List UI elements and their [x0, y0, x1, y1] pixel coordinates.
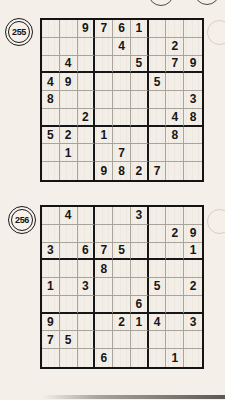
cell-r5c3	[78, 91, 96, 109]
cell-r7c9	[184, 127, 202, 145]
cell-r4c6	[131, 260, 149, 278]
cell-r8c1: 7	[42, 331, 60, 349]
cell-r9c5	[113, 349, 131, 367]
cell-r1c3	[78, 207, 96, 225]
cell-r3c7	[149, 56, 167, 74]
cell-r3c2: 4	[60, 56, 78, 74]
page-edge-shadow	[42, 395, 225, 399]
cell-r8c5	[113, 331, 131, 349]
cell-r6c4	[95, 296, 113, 314]
cell-r3c9: 9	[184, 56, 202, 74]
cell-r3c5: 5	[113, 243, 131, 261]
cell-r1c9	[184, 207, 202, 225]
cell-r4c3	[78, 73, 96, 91]
cell-r6c6	[131, 109, 149, 127]
cell-r1c3: 9	[78, 20, 96, 38]
cell-r5c2	[60, 91, 78, 109]
puzzle-256-number-badge: 256	[8, 206, 36, 234]
cell-r6c5	[113, 296, 131, 314]
bleedthrough-circle-bottom	[207, 209, 225, 234]
cell-r9c7	[149, 349, 167, 367]
cell-r2c7	[149, 225, 167, 243]
cell-r8c2: 5	[60, 331, 78, 349]
cell-r9c3	[78, 349, 96, 367]
cell-r3c3: 6	[78, 243, 96, 261]
cell-r4c7: 5	[149, 73, 167, 91]
cell-r9c9	[184, 162, 202, 180]
cell-r2c9	[184, 38, 202, 56]
cell-r9c7: 7	[149, 162, 167, 180]
cell-r8c6	[131, 144, 149, 162]
cell-r5c8	[166, 91, 184, 109]
cell-r7c1: 5	[42, 127, 60, 145]
cell-r5c5	[113, 278, 131, 296]
cell-r7c3	[78, 127, 96, 145]
cell-r8c6	[131, 331, 149, 349]
cell-r5c4	[95, 91, 113, 109]
cell-r8c3	[78, 144, 96, 162]
cell-r3c9: 1	[184, 243, 202, 261]
cell-r3c3	[78, 56, 96, 74]
page-top-arc-decoration-right	[194, 0, 220, 5]
cell-r5c2	[60, 278, 78, 296]
cell-r8c7	[149, 144, 167, 162]
cell-r8c9	[184, 144, 202, 162]
cell-r5c7: 5	[149, 278, 167, 296]
cell-r2c1	[42, 225, 60, 243]
cell-r6c9	[184, 296, 202, 314]
cell-r1c6: 1	[131, 20, 149, 38]
cell-r9c9	[184, 349, 202, 367]
cell-r4c8	[166, 260, 184, 278]
cell-r9c6	[131, 349, 149, 367]
cell-r5c8	[166, 278, 184, 296]
cell-r9c4: 6	[95, 349, 113, 367]
cell-r9c8	[166, 162, 184, 180]
cell-r3c1: 3	[42, 243, 60, 261]
cell-r8c3	[78, 331, 96, 349]
cell-r8c9	[184, 331, 202, 349]
cell-r2c4	[95, 38, 113, 56]
cell-r7c2	[60, 314, 78, 332]
cell-r1c4	[95, 207, 113, 225]
cell-r6c1	[42, 296, 60, 314]
cell-r3c4: 7	[95, 243, 113, 261]
cell-r2c3	[78, 38, 96, 56]
cell-r2c4	[95, 225, 113, 243]
cell-r5c4	[95, 278, 113, 296]
cell-r6c3: 2	[78, 109, 96, 127]
cell-r2c9: 9	[184, 225, 202, 243]
cell-r1c2	[60, 20, 78, 38]
cell-r9c8: 1	[166, 349, 184, 367]
cell-r9c6: 2	[131, 162, 149, 180]
cell-r4c9	[184, 260, 202, 278]
cell-r1c7	[149, 207, 167, 225]
sudoku-grid-255: 9761424579495832485218179827	[40, 18, 204, 182]
cell-r3c6	[131, 243, 149, 261]
cell-r3c8	[166, 243, 184, 261]
cell-r1c8	[166, 20, 184, 38]
puzzle-255-number: 255	[12, 27, 26, 37]
cell-r5c5	[113, 91, 131, 109]
cell-r4c1: 4	[42, 73, 60, 91]
cell-r4c2: 9	[60, 73, 78, 91]
cell-r5c9: 3	[184, 91, 202, 109]
cell-r1c7	[149, 20, 167, 38]
cell-r5c6	[131, 278, 149, 296]
cell-r2c2	[60, 38, 78, 56]
cell-r5c1: 1	[42, 278, 60, 296]
cell-r6c1	[42, 109, 60, 127]
cell-r1c1	[42, 207, 60, 225]
cell-r6c6: 6	[131, 296, 149, 314]
cell-r7c2: 2	[60, 127, 78, 145]
cell-r1c8	[166, 207, 184, 225]
cell-r8c4	[95, 144, 113, 162]
cell-r9c5: 8	[113, 162, 131, 180]
cell-r9c2	[60, 162, 78, 180]
cell-r2c5	[113, 225, 131, 243]
cell-r4c6	[131, 73, 149, 91]
cell-r1c9	[184, 20, 202, 38]
cell-r8c2: 1	[60, 144, 78, 162]
cell-r2c8: 2	[166, 225, 184, 243]
cell-r6c3	[78, 296, 96, 314]
book-page: 255 9761424579495832485218179827 256 432…	[0, 0, 225, 400]
bleedthrough-circle-top	[207, 20, 225, 45]
cell-r2c6	[131, 38, 149, 56]
cell-r8c5: 7	[113, 144, 131, 162]
cell-r1c1	[42, 20, 60, 38]
cell-r3c4	[95, 56, 113, 74]
cell-r7c1: 9	[42, 314, 60, 332]
cell-r3c1	[42, 56, 60, 74]
cell-r6c8	[166, 296, 184, 314]
cell-r4c2	[60, 260, 78, 278]
cell-r7c8: 8	[166, 127, 184, 145]
cell-r2c5: 4	[113, 38, 131, 56]
cell-r5c1: 8	[42, 91, 60, 109]
cell-r2c2	[60, 225, 78, 243]
cell-r3c2	[60, 243, 78, 261]
cell-r9c1	[42, 162, 60, 180]
cell-r5c3: 3	[78, 278, 96, 296]
cell-r6c5	[113, 109, 131, 127]
cell-r6c4	[95, 109, 113, 127]
cell-r4c1	[42, 260, 60, 278]
cell-r9c1	[42, 349, 60, 367]
cell-r7c9: 3	[184, 314, 202, 332]
cell-r8c7	[149, 331, 167, 349]
cell-r4c3	[78, 260, 96, 278]
cell-r6c7	[149, 109, 167, 127]
cell-r6c2	[60, 109, 78, 127]
cell-r7c6: 1	[131, 314, 149, 332]
cell-r5c9: 2	[184, 278, 202, 296]
cell-r9c4: 9	[95, 162, 113, 180]
cell-r2c7	[149, 38, 167, 56]
cell-r4c4	[95, 73, 113, 91]
puzzle-256-badge-inner-ring: 256	[11, 209, 33, 231]
cell-r5c6	[131, 91, 149, 109]
cell-r7c7: 4	[149, 314, 167, 332]
puzzle-256-number: 256	[15, 215, 29, 225]
cell-r8c1	[42, 144, 60, 162]
cell-r6c2	[60, 296, 78, 314]
sudoku-grid-256: 432936751813526921437561	[40, 205, 204, 369]
puzzle-255-badge-inner-ring: 255	[8, 21, 30, 43]
cell-r1c5	[113, 207, 131, 225]
cell-r7c8	[166, 314, 184, 332]
page-top-arc-decoration-left	[148, 0, 174, 6]
cell-r8c8	[166, 331, 184, 349]
cell-r1c6: 3	[131, 207, 149, 225]
cell-r3c8: 7	[166, 56, 184, 74]
cell-r3c6: 5	[131, 56, 149, 74]
puzzle-255-number-badge: 255	[5, 18, 33, 46]
cell-r1c5: 6	[113, 20, 131, 38]
cell-r9c3	[78, 162, 96, 180]
cell-r4c5	[113, 73, 131, 91]
cell-r1c2: 4	[60, 207, 78, 225]
cell-r3c5	[113, 56, 131, 74]
cell-r7c6	[131, 127, 149, 145]
cell-r7c4	[95, 314, 113, 332]
cell-r7c5: 2	[113, 314, 131, 332]
cell-r5c7	[149, 91, 167, 109]
cell-r2c6	[131, 225, 149, 243]
cell-r8c8	[166, 144, 184, 162]
cell-r6c9: 8	[184, 109, 202, 127]
cell-r4c4: 8	[95, 260, 113, 278]
cell-r2c1	[42, 38, 60, 56]
cell-r4c9	[184, 73, 202, 91]
cell-r2c3	[78, 225, 96, 243]
cell-r6c7	[149, 296, 167, 314]
cell-r4c5	[113, 260, 131, 278]
cell-r1c4: 7	[95, 20, 113, 38]
cell-r6c8: 4	[166, 109, 184, 127]
cell-r7c5	[113, 127, 131, 145]
cell-r3c7	[149, 243, 167, 261]
cell-r7c7	[149, 127, 167, 145]
cell-r7c3	[78, 314, 96, 332]
cell-r4c7	[149, 260, 167, 278]
cell-r9c2	[60, 349, 78, 367]
cell-r2c8: 2	[166, 38, 184, 56]
cell-r8c4	[95, 331, 113, 349]
cell-r7c4: 1	[95, 127, 113, 145]
cell-r4c8	[166, 73, 184, 91]
